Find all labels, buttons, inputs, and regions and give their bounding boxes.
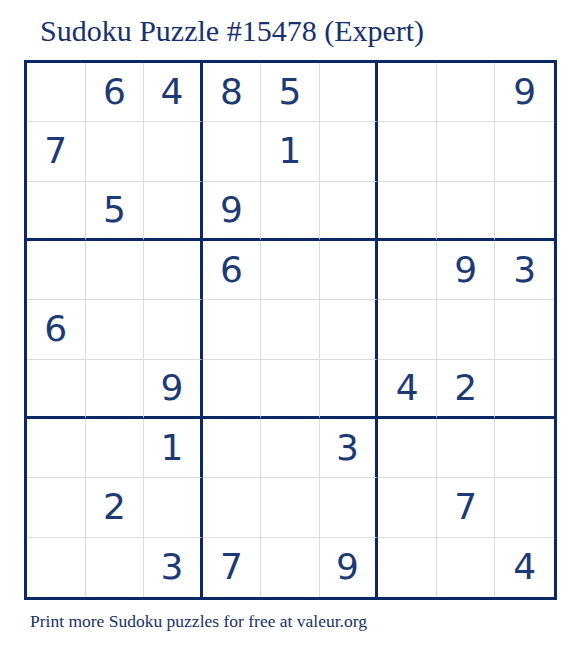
cell-r6c9 — [495, 360, 554, 419]
given-digit: 7 — [44, 133, 67, 169]
cell-r1c3: 4 — [144, 63, 203, 122]
cell-r3c8 — [437, 182, 496, 241]
cell-r8c8: 7 — [437, 478, 496, 537]
cell-r3c5 — [261, 182, 320, 241]
cell-r6c5 — [261, 360, 320, 419]
given-digit: 7 — [454, 489, 477, 525]
cell-r9c2 — [86, 538, 145, 597]
cell-r8c9 — [495, 478, 554, 537]
cell-r3c7 — [378, 182, 437, 241]
cell-r8c3 — [144, 478, 203, 537]
cell-r7c7 — [378, 419, 437, 478]
cell-r1c9: 9 — [495, 63, 554, 122]
cell-r7c5 — [261, 419, 320, 478]
cell-r3c9 — [495, 182, 554, 241]
given-digit: 4 — [160, 74, 183, 110]
cell-r3c6 — [320, 182, 379, 241]
cell-r5c5 — [261, 300, 320, 359]
cell-r9c5 — [261, 538, 320, 597]
cell-r5c3 — [144, 300, 203, 359]
sudoku-board: 648597159693694213273794 — [24, 60, 557, 600]
given-digit: 5 — [279, 74, 302, 110]
cell-r5c1: 6 — [27, 300, 86, 359]
given-digit: 8 — [220, 74, 243, 110]
cell-r9c8 — [437, 538, 496, 597]
cell-r8c4 — [203, 478, 262, 537]
cell-r7c4 — [203, 419, 262, 478]
cell-r3c3 — [144, 182, 203, 241]
cell-r7c6: 3 — [320, 419, 379, 478]
cell-r4c4: 6 — [203, 241, 262, 300]
cell-r5c8 — [437, 300, 496, 359]
cell-r1c7 — [378, 63, 437, 122]
given-digit: 7 — [220, 549, 243, 585]
given-digit: 3 — [160, 549, 183, 585]
given-digit: 9 — [160, 370, 183, 406]
cell-r9c7 — [378, 538, 437, 597]
cell-r8c7 — [378, 478, 437, 537]
given-digit: 3 — [336, 430, 359, 466]
cell-r7c1 — [27, 419, 86, 478]
cell-r3c1 — [27, 182, 86, 241]
cell-r3c4: 9 — [203, 182, 262, 241]
cell-r4c5 — [261, 241, 320, 300]
cell-r1c4: 8 — [203, 63, 262, 122]
given-digit: 6 — [103, 74, 126, 110]
given-digit: 2 — [454, 370, 477, 406]
sudoku-page: Sudoku Puzzle #15478 (Expert) 6485971596… — [0, 0, 580, 651]
cell-r2c3 — [144, 122, 203, 181]
cell-r9c4: 7 — [203, 538, 262, 597]
cell-r6c6 — [320, 360, 379, 419]
cell-r5c7 — [378, 300, 437, 359]
cell-r4c7 — [378, 241, 437, 300]
cell-r2c5: 1 — [261, 122, 320, 181]
cell-r2c8 — [437, 122, 496, 181]
cell-r7c2 — [86, 419, 145, 478]
cell-r6c4 — [203, 360, 262, 419]
cell-r6c1 — [27, 360, 86, 419]
cell-r9c6: 9 — [320, 538, 379, 597]
cell-r5c6 — [320, 300, 379, 359]
given-digit: 9 — [336, 549, 359, 585]
cell-r1c8 — [437, 63, 496, 122]
cell-r4c6 — [320, 241, 379, 300]
cell-r5c4 — [203, 300, 262, 359]
cell-r4c2 — [86, 241, 145, 300]
given-digit: 6 — [44, 311, 67, 347]
given-digit: 4 — [396, 370, 419, 406]
cell-r2c6 — [320, 122, 379, 181]
cell-r6c3: 9 — [144, 360, 203, 419]
given-digit: 2 — [103, 489, 126, 525]
given-digit: 3 — [513, 252, 536, 288]
cell-r8c1 — [27, 478, 86, 537]
cell-r4c3 — [144, 241, 203, 300]
cell-r7c9 — [495, 419, 554, 478]
cell-r2c7 — [378, 122, 437, 181]
cell-r6c7: 4 — [378, 360, 437, 419]
cell-r2c9 — [495, 122, 554, 181]
cell-r4c1 — [27, 241, 86, 300]
cell-r4c9: 3 — [495, 241, 554, 300]
cell-r7c8 — [437, 419, 496, 478]
cell-r7c3: 1 — [144, 419, 203, 478]
cell-r6c2 — [86, 360, 145, 419]
cell-r1c5: 5 — [261, 63, 320, 122]
given-digit: 9 — [220, 192, 243, 228]
cell-r5c9 — [495, 300, 554, 359]
cell-r1c6 — [320, 63, 379, 122]
cell-r3c2: 5 — [86, 182, 145, 241]
cell-r2c4 — [203, 122, 262, 181]
cell-r9c1 — [27, 538, 86, 597]
page-title: Sudoku Puzzle #15478 (Expert) — [40, 14, 424, 48]
footer-text: Print more Sudoku puzzles for free at va… — [30, 611, 367, 632]
given-digit: 4 — [513, 549, 536, 585]
cell-r8c6 — [320, 478, 379, 537]
cell-r1c1 — [27, 63, 86, 122]
given-digit: 1 — [279, 133, 302, 169]
cell-r8c5 — [261, 478, 320, 537]
given-digit: 1 — [160, 430, 183, 466]
cell-r2c1: 7 — [27, 122, 86, 181]
cell-r8c2: 2 — [86, 478, 145, 537]
cell-r4c8: 9 — [437, 241, 496, 300]
cell-r9c3: 3 — [144, 538, 203, 597]
given-digit: 5 — [103, 192, 126, 228]
cell-r9c9: 4 — [495, 538, 554, 597]
given-digit: 9 — [454, 252, 477, 288]
cell-r6c8: 2 — [437, 360, 496, 419]
cell-r5c2 — [86, 300, 145, 359]
cell-r2c2 — [86, 122, 145, 181]
given-digit: 6 — [220, 252, 243, 288]
given-digit: 9 — [513, 74, 536, 110]
cell-r1c2: 6 — [86, 63, 145, 122]
